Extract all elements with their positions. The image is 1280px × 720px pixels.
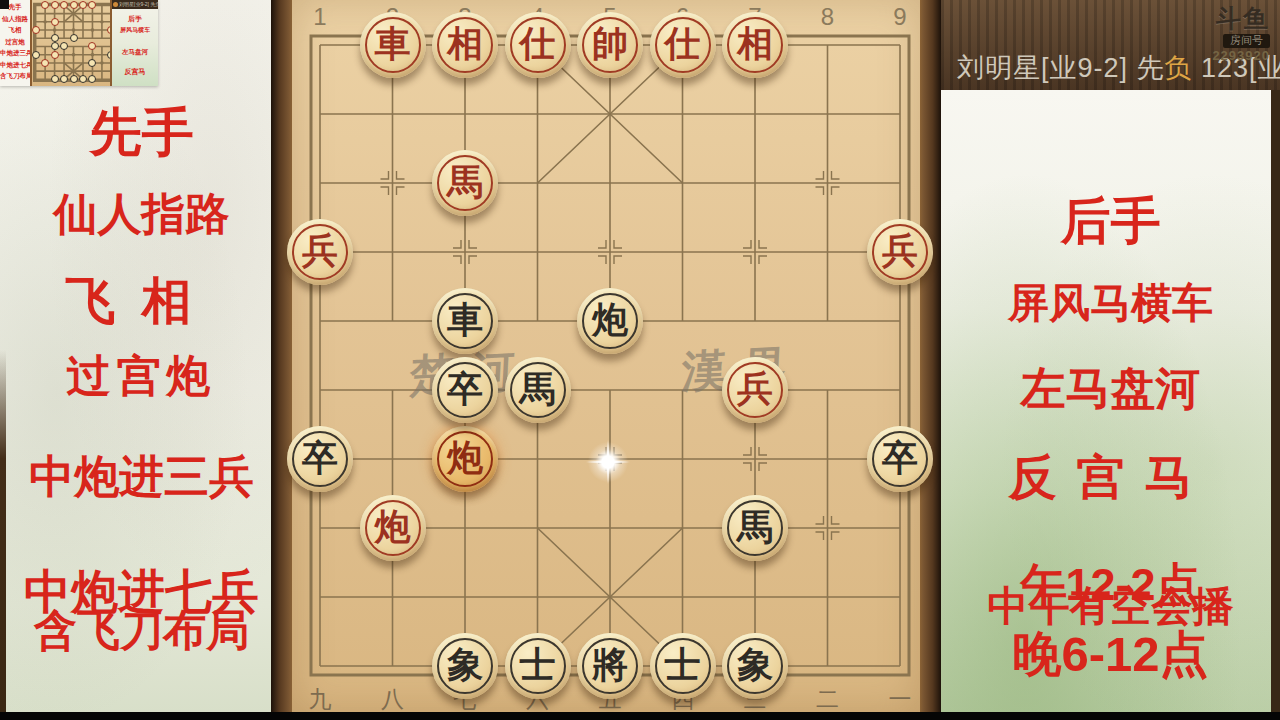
- left-panel-line: 过宫炮: [0, 352, 283, 400]
- right-panel-line: 中午有空会播: [941, 584, 1280, 629]
- pip-left-line: 飞相: [0, 26, 30, 35]
- pip-match-header: 刘明星[业9-2] 先负 123[业9-3]: [112, 0, 158, 9]
- piece-red-相[interactable]: 相: [722, 12, 788, 78]
- piece-character: 士: [665, 647, 701, 683]
- right-panel-line: 左马盘河: [941, 364, 1280, 414]
- piece-red-相[interactable]: 相: [432, 12, 498, 78]
- pip-piece-dot: [51, 1, 59, 9]
- piece-character: 卒: [882, 440, 918, 476]
- stream-screenshot: 先手仙人指路飞相过宫炮中炮进三兵中炮进七兵含飞刀布局 先手仙人指路飞相过宫炮中炮…: [0, 0, 1280, 720]
- piece-character: 馬: [447, 164, 483, 200]
- left-panel-line: 飞相: [0, 274, 283, 329]
- piece-black-炮[interactable]: 炮: [577, 288, 643, 354]
- pip-right-text-strip: 刘明星[业9-2] 先负 123[业9-3] 后手屏风马横车左马盘河反宫马: [112, 0, 158, 86]
- pip-left-line: 中炮进七兵: [0, 61, 30, 70]
- pip-mini-board: [30, 0, 112, 86]
- piece-character: 車: [375, 26, 411, 62]
- piece-character: 炮: [375, 509, 411, 545]
- piece-red-車[interactable]: 車: [360, 12, 426, 78]
- piece-black-士[interactable]: 士: [505, 633, 571, 699]
- pip-left-text-strip: 先手仙人指路飞相过宫炮中炮进三兵中炮进七兵含飞刀布局: [0, 0, 30, 86]
- board-frame-right: [920, 0, 941, 713]
- piece-character: 馬: [737, 509, 773, 545]
- match-header-segment: 负: [1165, 53, 1193, 83]
- board-frame-left: [271, 0, 292, 713]
- file-label-top: 8: [814, 3, 842, 31]
- pip-piece-dot: [51, 75, 59, 83]
- piece-character: 卒: [302, 440, 338, 476]
- pip-piece-dot: [51, 18, 59, 26]
- file-label-bottom: 一: [886, 684, 914, 715]
- piece-character: 仕: [665, 26, 701, 62]
- piece-character: 將: [592, 647, 628, 683]
- pip-right-line: 反宫马: [112, 67, 158, 77]
- right-panel-line: 后手: [941, 194, 1280, 249]
- piece-character: 兵: [302, 233, 338, 269]
- piece-character: 帥: [592, 26, 628, 62]
- left-panel-line: 含飞刀布局: [0, 607, 283, 654]
- pip-left-line: 过宫炮: [0, 38, 30, 47]
- piece-character: 象: [737, 647, 773, 683]
- piece-character: 仕: [520, 26, 556, 62]
- pip-piece-dot: [51, 51, 59, 59]
- pip-piece-dot: [51, 34, 59, 42]
- piece-character: 炮: [447, 440, 483, 476]
- pip-piece-dot: [70, 1, 78, 9]
- piece-black-馬[interactable]: 馬: [722, 495, 788, 561]
- piece-red-兵[interactable]: 兵: [867, 219, 933, 285]
- piece-black-馬[interactable]: 馬: [505, 357, 571, 423]
- letterbox-bottom-bar: [0, 712, 1280, 720]
- piece-character: 卒: [447, 371, 483, 407]
- file-label-bottom: 八: [379, 684, 407, 715]
- right-panel-line: 反宫马: [941, 452, 1280, 505]
- piece-character: 馬: [520, 371, 556, 407]
- file-label-bottom: 九: [306, 684, 334, 715]
- douyu-logo: 斗鱼: [1212, 5, 1270, 31]
- piece-character: 士: [520, 647, 556, 683]
- piece-red-炮[interactable]: 炮: [360, 495, 426, 561]
- pip-left-line: 仙人指路: [0, 15, 30, 24]
- right-panel-line: 晚6-12点: [941, 628, 1280, 682]
- left-panel-line: 先手: [0, 104, 283, 161]
- pip-right-line: 屏风马横车: [112, 26, 158, 35]
- stream-preview-thumbnail: 先手仙人指路飞相过宫炮中炮进三兵中炮进七兵含飞刀布局 刘明星[业9-2] 先负 …: [0, 0, 158, 86]
- left-panel-line: 中炮进三兵: [0, 452, 283, 502]
- left-opening-panel: 先手仙人指路飞相过宫炮中炮进三兵中炮进七兵含飞刀布局: [0, 0, 283, 712]
- piece-character: 相: [447, 26, 483, 62]
- piece-red-仕[interactable]: 仕: [505, 12, 571, 78]
- file-label-bottom: 二: [814, 684, 842, 715]
- piece-black-卒[interactable]: 卒: [432, 357, 498, 423]
- piece-red-炮[interactable]: 炮: [432, 426, 498, 492]
- room-number-label: 房间号: [1223, 34, 1270, 48]
- piece-red-帥[interactable]: 帥: [577, 12, 643, 78]
- pip-left-line: 中炮进三兵: [0, 49, 30, 58]
- right-panel: 刘明星[业9-2] 先负 123[业9-3] 斗鱼 房间号 2293920 后手…: [941, 0, 1280, 720]
- pip-left-line: 含飞刀布局: [0, 72, 30, 81]
- pip-right-line: 后手: [112, 14, 158, 24]
- pip-avatar-icon: [113, 2, 118, 7]
- piece-character: 相: [737, 26, 773, 62]
- pip-piece-dot: [32, 51, 40, 59]
- pip-piece-dot: [32, 26, 40, 34]
- pip-piece-dot: [70, 34, 78, 42]
- pip-logo-square: [0, 0, 9, 9]
- mouse-cursor-sparkle: [586, 440, 630, 484]
- pip-piece-dot: [70, 75, 78, 83]
- piece-black-卒[interactable]: 卒: [287, 426, 353, 492]
- xiangqi-board[interactable]: 楚河 漢界 123456789九八七六五四三二一車相仕帥仕相馬兵兵兵炮炮車炮卒馬…: [292, 0, 920, 713]
- pip-mini-grid: [32, 0, 112, 85]
- file-label-top: 1: [306, 3, 334, 31]
- piece-character: 車: [447, 302, 483, 338]
- piece-black-士[interactable]: 士: [650, 633, 716, 699]
- piece-character: 兵: [737, 371, 773, 407]
- pip-right-line: 左马盘河: [112, 48, 158, 57]
- left-panel-line: 仙人指路: [0, 190, 283, 238]
- piece-black-象[interactable]: 象: [722, 633, 788, 699]
- piece-red-兵[interactable]: 兵: [722, 357, 788, 423]
- piece-character: 炮: [592, 302, 628, 338]
- pip-header-text: 刘明星[业9-2] 先负 123[业9-3]: [119, 1, 158, 7]
- piece-black-將[interactable]: 將: [577, 633, 643, 699]
- piece-red-兵[interactable]: 兵: [287, 219, 353, 285]
- piece-character: 象: [447, 647, 483, 683]
- room-number-value: 2293920: [1212, 49, 1270, 63]
- piece-character: 兵: [882, 233, 918, 269]
- match-header-bar: 刘明星[业9-2] 先负 123[业9-3] 斗鱼 房间号 2293920: [941, 0, 1280, 90]
- file-label-top: 9: [886, 3, 914, 31]
- douyu-logo-block: 斗鱼 房间号 2293920: [1212, 5, 1270, 63]
- piece-black-卒[interactable]: 卒: [867, 426, 933, 492]
- pip-piece-dot: [41, 59, 49, 67]
- piece-black-車[interactable]: 車: [432, 288, 498, 354]
- piece-red-馬[interactable]: 馬: [432, 150, 498, 216]
- left-edge-shadow: [0, 350, 6, 712]
- right-panel-line: 屏风马横车: [941, 281, 1280, 326]
- match-header-segment: 刘明星[业9-2] 先: [957, 53, 1165, 83]
- piece-black-象[interactable]: 象: [432, 633, 498, 699]
- board-grid: [292, 0, 920, 713]
- piece-red-仕[interactable]: 仕: [650, 12, 716, 78]
